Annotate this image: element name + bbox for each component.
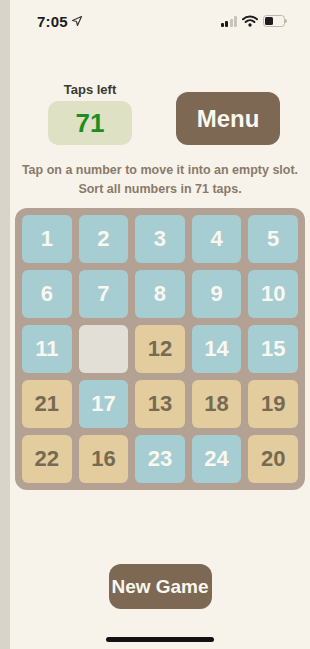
- tile-18[interactable]: 18: [192, 380, 242, 428]
- menu-button[interactable]: Menu: [176, 92, 280, 145]
- tile-13[interactable]: 13: [135, 380, 185, 428]
- tile-10[interactable]: 10: [248, 270, 298, 318]
- header: Taps left 71 Menu: [10, 82, 310, 145]
- clock-time: 7:05: [37, 13, 68, 30]
- instructions-line2: Sort all numbers in 71 taps.: [10, 180, 310, 199]
- tile-7[interactable]: 7: [79, 270, 129, 318]
- empty-slot: [79, 325, 129, 373]
- taps-left-label: Taps left: [64, 82, 117, 98]
- tile-6[interactable]: 6: [22, 270, 72, 318]
- instructions: Tap on a number to move it into an empty…: [10, 161, 310, 199]
- tile-20[interactable]: 20: [248, 435, 298, 483]
- tile-14[interactable]: 14: [192, 325, 242, 373]
- tile-9[interactable]: 9: [192, 270, 242, 318]
- tile-12[interactable]: 12: [135, 325, 185, 373]
- location-arrow-icon: [71, 15, 83, 27]
- taps-left-value: 71: [76, 108, 105, 139]
- taps-left-block: Taps left 71: [48, 82, 132, 145]
- instructions-line1: Tap on a number to move it into an empty…: [10, 161, 310, 180]
- tile-21[interactable]: 21: [22, 380, 72, 428]
- tile-23[interactable]: 23: [135, 435, 185, 483]
- puzzle-board: 123456789101112141521171318192216232420: [15, 208, 305, 490]
- taps-left-box: 71: [48, 101, 132, 145]
- tile-4[interactable]: 4: [192, 215, 242, 263]
- tile-22[interactable]: 22: [22, 435, 72, 483]
- battery-icon: [263, 15, 288, 27]
- tile-5[interactable]: 5: [248, 215, 298, 263]
- tile-16[interactable]: 16: [79, 435, 129, 483]
- wifi-icon: [242, 15, 258, 27]
- tile-15[interactable]: 15: [248, 325, 298, 373]
- tile-8[interactable]: 8: [135, 270, 185, 318]
- status-bar: 7:05: [10, 0, 310, 32]
- tile-3[interactable]: 3: [135, 215, 185, 263]
- tile-17[interactable]: 17: [79, 380, 129, 428]
- tile-1[interactable]: 1: [22, 215, 72, 263]
- tile-2[interactable]: 2: [79, 215, 129, 263]
- cellular-signal-icon: [221, 16, 238, 27]
- new-game-button[interactable]: New Game: [109, 564, 212, 609]
- tile-19[interactable]: 19: [248, 380, 298, 428]
- tile-24[interactable]: 24: [192, 435, 242, 483]
- home-indicator[interactable]: [106, 637, 214, 642]
- app-screen: 7:05: [10, 0, 310, 649]
- tile-11[interactable]: 11: [22, 325, 72, 373]
